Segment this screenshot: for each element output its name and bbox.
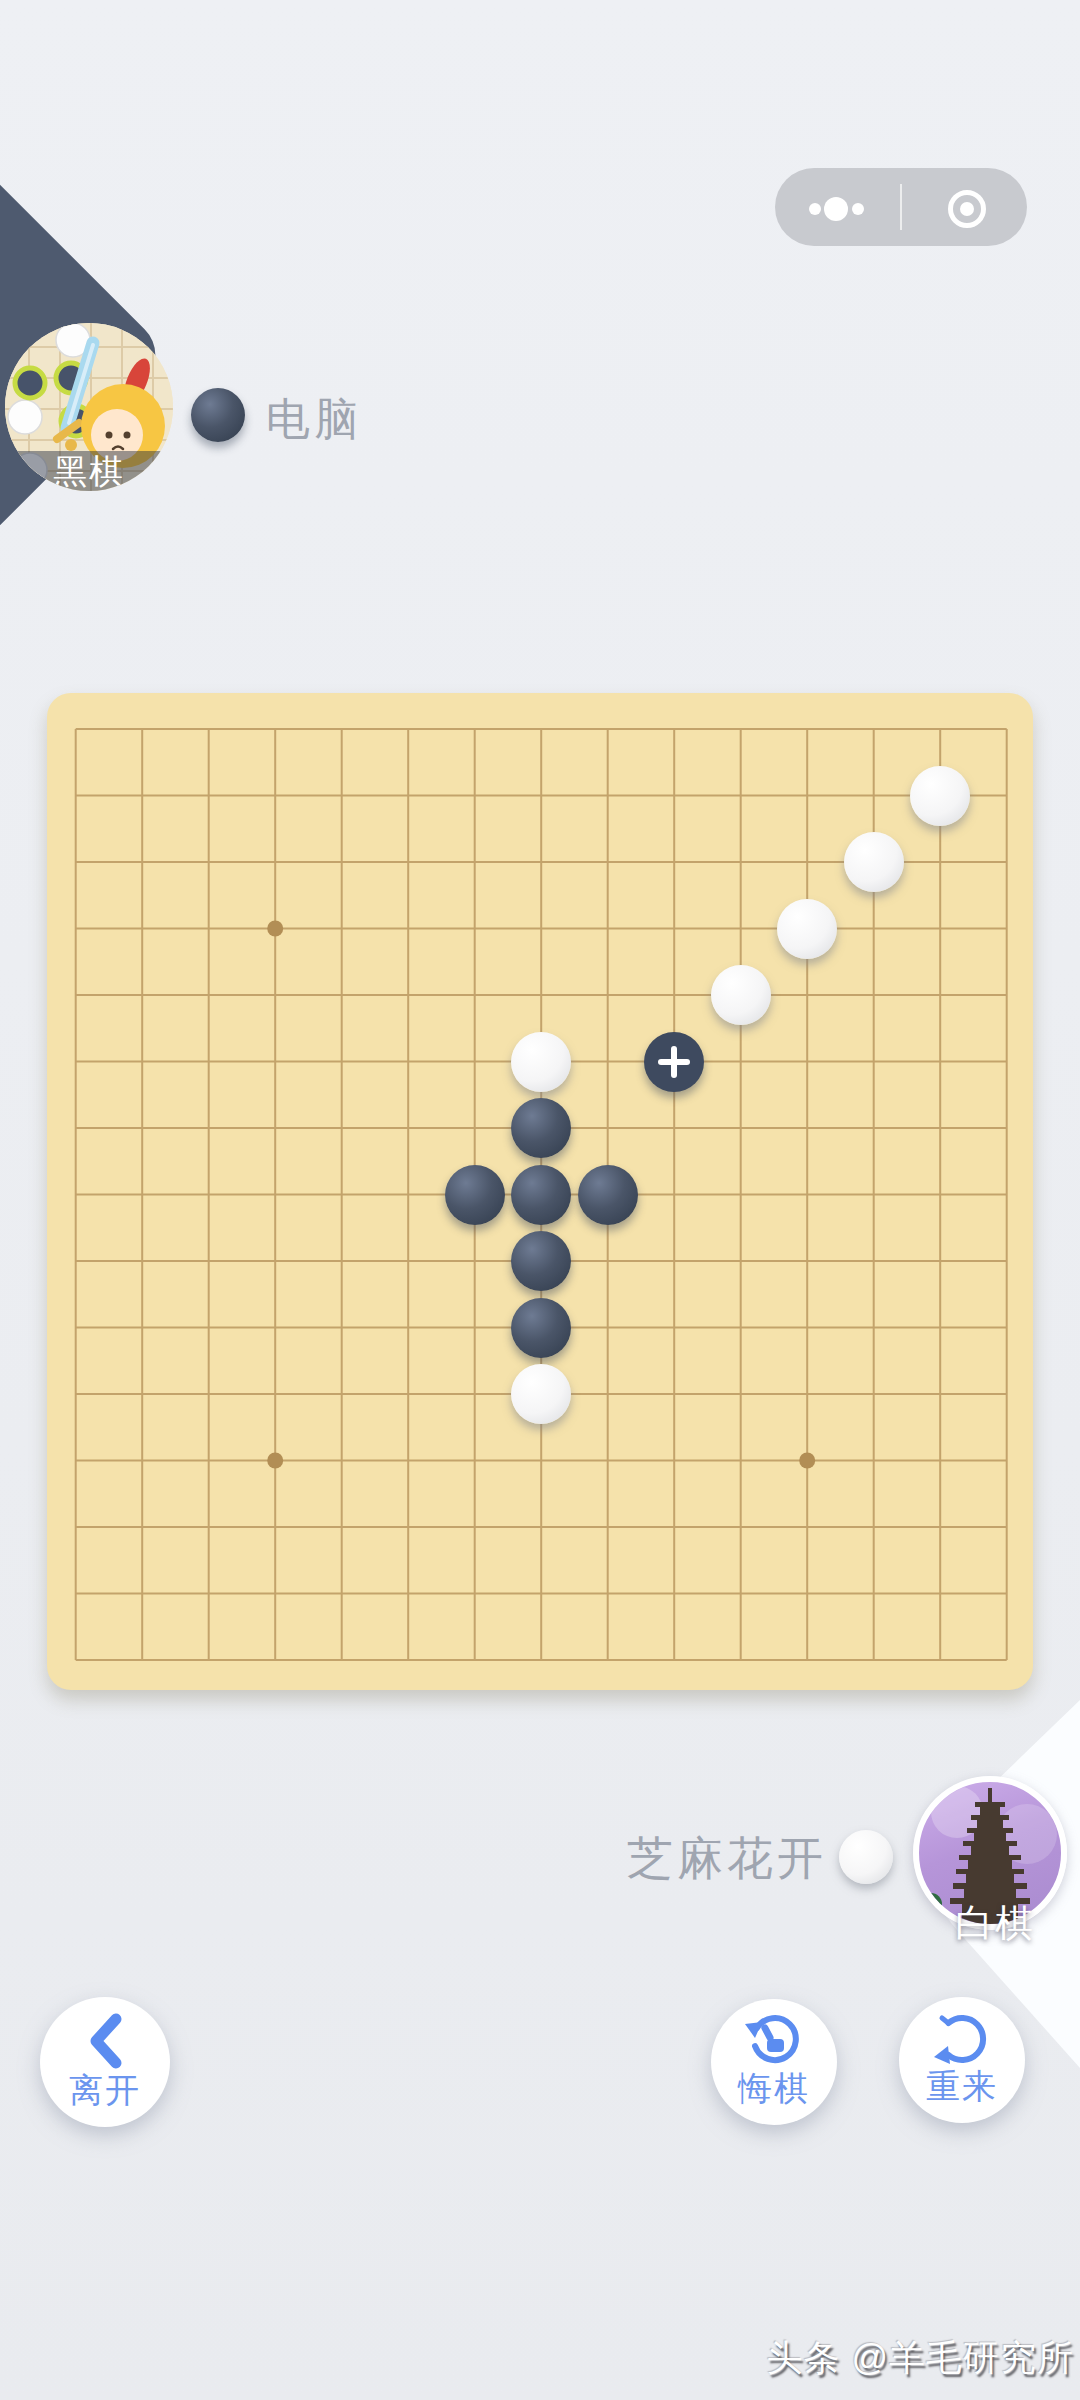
white-stone (844, 832, 904, 892)
black-stone (511, 1231, 571, 1291)
restart-arrow-icon (931, 2009, 993, 2071)
black-player-avatar: 黑棋 (5, 323, 173, 491)
close-minimize-button[interactable] (902, 168, 1027, 246)
black-stone-icon (191, 388, 245, 442)
undo-move-button[interactable]: 悔棋 (711, 1999, 837, 2125)
star-point (267, 921, 283, 937)
star-point (267, 1453, 283, 1469)
circle-target-dot-icon (960, 202, 974, 216)
black-stone (511, 1165, 571, 1225)
watermark: 头条 @羊毛研究所 (766, 2334, 1074, 2383)
white-stone (511, 1032, 571, 1092)
cursor-crosshair-marker[interactable] (644, 1032, 704, 1092)
more-dots-icon (809, 203, 821, 215)
black-player-name: 电脑 (266, 390, 362, 449)
white-player-name: 芝麻花开 (627, 1828, 827, 1890)
more-options-button[interactable] (775, 168, 900, 246)
wechat-capsule (775, 168, 1027, 246)
star-point (799, 1453, 815, 1469)
white-stone (910, 766, 970, 826)
white-stone (511, 1364, 571, 1424)
restart-button[interactable]: 重来 (899, 1997, 1025, 2123)
white-side-label: 白棋 (955, 1898, 1035, 1949)
undo-arrow-hand-icon (743, 2011, 805, 2073)
undo-button-label: 悔棋 (711, 2066, 837, 2112)
leave-button[interactable]: 离开 (40, 1997, 170, 2127)
black-stone (511, 1098, 571, 1158)
black-stone (511, 1298, 571, 1358)
white-stone (777, 899, 837, 959)
restart-button-label: 重来 (899, 2064, 1025, 2110)
back-chevron-icon (83, 2011, 127, 2071)
more-dots-icon (824, 197, 848, 221)
white-stone-icon (839, 1830, 893, 1884)
black-stone (445, 1165, 505, 1225)
white-stone (711, 965, 771, 1025)
screen: 黑棋 电脑 芝麻花开 (0, 0, 1080, 2400)
leave-button-label: 离开 (40, 2068, 170, 2114)
more-dots-icon (852, 203, 864, 215)
black-stone (578, 1165, 638, 1225)
